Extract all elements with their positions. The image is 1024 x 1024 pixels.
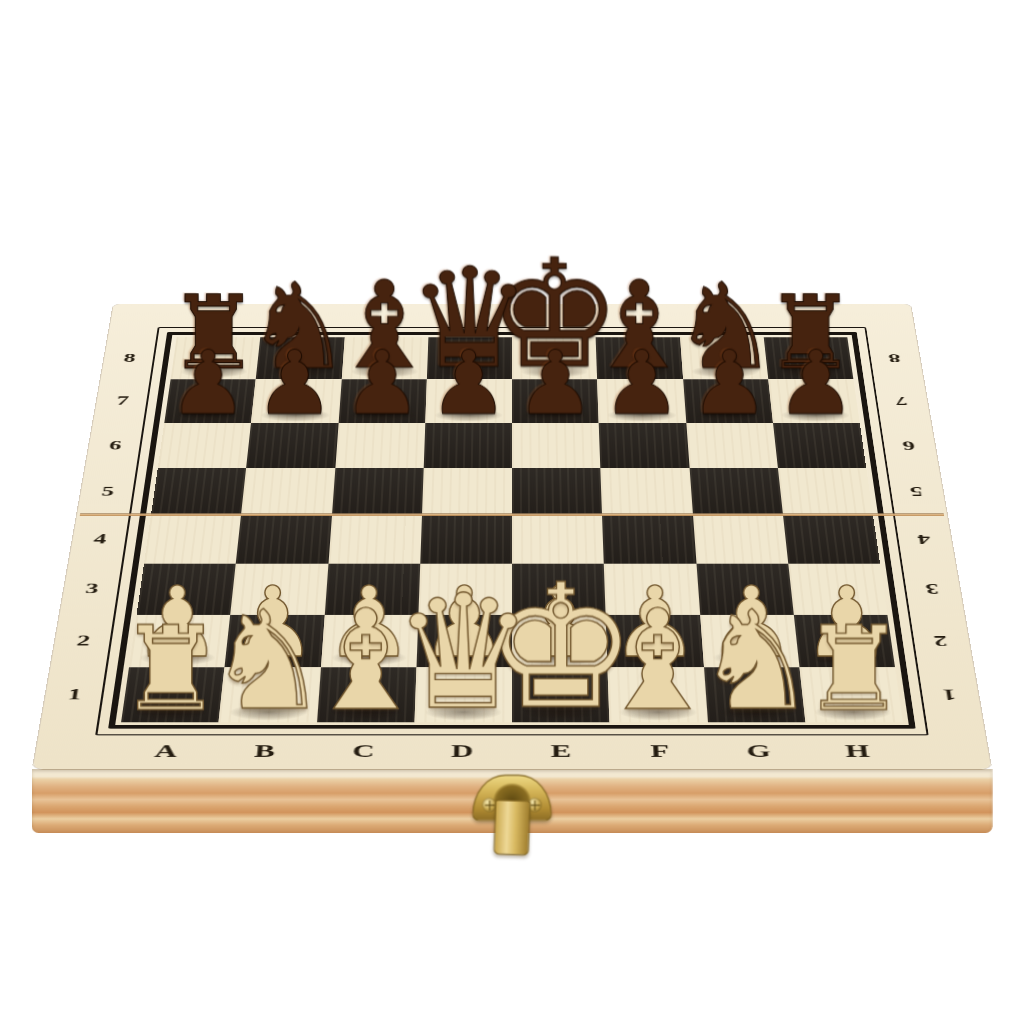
square-d1: ♛	[414, 667, 512, 722]
file-label-b: B	[253, 741, 276, 761]
dark-pawn-d7: ♟	[429, 347, 508, 420]
rank-label-right-6: 6	[901, 438, 915, 452]
dark-pawn-c7: ♟	[342, 347, 421, 420]
square-f1: ♝	[608, 667, 708, 722]
light-rook-a1: ♜	[118, 622, 223, 718]
dark-pawn-e7: ♟	[516, 347, 595, 420]
scene: ♜♞♝♛♚♝♞♜♟♟♟♟♟♟♟♟♟♟♟♟♟♟♟♟♜♞♝♛♚♝♞♜ ABCDEFG…	[0, 0, 1024, 1024]
rank-label-right-1: 1	[941, 686, 957, 703]
square-h1: ♜	[799, 667, 903, 722]
square-e6	[512, 423, 601, 468]
square-b6	[246, 423, 338, 468]
square-a6	[158, 423, 251, 468]
square-e5	[512, 468, 602, 515]
file-label-g: G	[746, 741, 773, 761]
rank-label-left-7: 7	[116, 394, 130, 408]
chess-board: ♜♞♝♛♚♝♞♜♟♟♟♟♟♟♟♟♟♟♟♟♟♟♟♟♜♞♝♛♚♝♞♜ ABCDEFG…	[33, 304, 991, 769]
dark-pawn-h7: ♟	[776, 347, 855, 420]
box-front-edge	[32, 769, 993, 833]
rank-label-left-6: 6	[108, 438, 122, 452]
rank-label-left-8: 8	[123, 352, 137, 365]
square-c1: ♝	[317, 667, 417, 722]
square-h5	[778, 468, 873, 515]
square-f5	[601, 468, 693, 515]
light-bishop-c1: ♝	[304, 604, 428, 717]
fold-seam	[80, 513, 945, 516]
rank-label-left-3: 3	[84, 581, 99, 597]
product-photo: ♜♞♝♛♚♝♞♜♟♟♟♟♟♟♟♟♟♟♟♟♟♟♟♟♜♞♝♛♚♝♞♜ ABCDEFG…	[0, 0, 1024, 1024]
rank-label-left-5: 5	[100, 484, 115, 499]
rank-label-right-7: 7	[894, 394, 908, 408]
square-c7: ♟	[338, 379, 426, 423]
square-f6	[599, 423, 689, 468]
square-f7: ♟	[597, 379, 685, 423]
square-g4	[693, 515, 789, 564]
clasp-tongue-icon	[493, 799, 530, 855]
square-b5	[241, 468, 335, 515]
square-b4	[236, 515, 332, 564]
light-bishop-f1: ♝	[596, 604, 720, 717]
square-c6	[335, 423, 425, 468]
rank-label-left-1: 1	[67, 686, 83, 703]
dark-pawn-g7: ♟	[689, 347, 768, 420]
square-c4	[328, 515, 422, 564]
rank-label-right-8: 8	[887, 352, 901, 365]
square-h7: ♟	[768, 379, 860, 423]
square-e7: ♟	[512, 379, 599, 423]
file-label-c: C	[352, 741, 376, 761]
square-d5	[422, 468, 512, 515]
square-d7: ♟	[425, 379, 512, 423]
file-label-d: D	[451, 741, 475, 761]
rank-label-left-4: 4	[92, 532, 107, 547]
square-b7: ♟	[251, 379, 341, 423]
board-squares: ♜♞♝♛♚♝♞♜♟♟♟♟♟♟♟♟♟♟♟♟♟♟♟♟♜♞♝♛♚♝♞♜	[121, 337, 903, 722]
rank-label-left-2: 2	[76, 632, 92, 648]
square-g7: ♟	[683, 379, 773, 423]
file-label-h: H	[844, 741, 871, 761]
file-label-e: E	[550, 741, 572, 761]
square-a7: ♟	[164, 379, 256, 423]
square-d6	[423, 423, 512, 468]
square-a1: ♜	[121, 667, 225, 722]
square-h6	[773, 423, 866, 468]
light-rook-h1: ♜	[801, 622, 906, 718]
square-c5	[332, 468, 424, 515]
square-a4	[144, 515, 241, 564]
file-label-a: A	[153, 741, 179, 761]
square-g5	[689, 468, 783, 515]
square-g6	[686, 423, 778, 468]
square-a5	[151, 468, 246, 515]
rank-label-right-2: 2	[933, 632, 949, 648]
rank-label-right-4: 4	[916, 532, 931, 547]
dark-pawn-b7: ♟	[255, 347, 334, 420]
dark-pawn-f7: ♟	[603, 347, 682, 420]
dark-pawn-a7: ♟	[169, 347, 248, 420]
rank-label-right-5: 5	[909, 484, 924, 499]
rank-label-right-3: 3	[924, 581, 939, 597]
file-label-f: F	[650, 741, 671, 761]
square-h4	[783, 515, 880, 564]
